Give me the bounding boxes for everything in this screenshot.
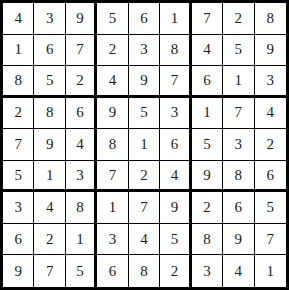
cell-r1c4[interactable]: 5 xyxy=(97,3,128,35)
cell-r2c3[interactable]: 7 xyxy=(66,35,97,67)
cell-r4c8[interactable]: 7 xyxy=(223,98,254,130)
cell-r7c3[interactable]: 8 xyxy=(66,192,97,224)
cell-r7c4[interactable]: 1 xyxy=(97,192,128,224)
cell-r2c1[interactable]: 1 xyxy=(3,35,34,67)
cell-r3c3[interactable]: 2 xyxy=(66,66,97,98)
cell-r9c5[interactable]: 8 xyxy=(129,255,160,287)
cell-r8c9[interactable]: 7 xyxy=(255,224,286,256)
cell-r5c8[interactable]: 3 xyxy=(223,129,254,161)
cell-r4c6[interactable]: 3 xyxy=(160,98,191,130)
cell-r6c2[interactable]: 1 xyxy=(34,161,65,193)
cell-r3c9[interactable]: 3 xyxy=(255,66,286,98)
cell-r8c1[interactable]: 6 xyxy=(3,224,34,256)
cell-r1c1[interactable]: 4 xyxy=(3,3,34,35)
cell-r7c9[interactable]: 5 xyxy=(255,192,286,224)
cell-r8c7[interactable]: 8 xyxy=(192,224,223,256)
cell-r9c7[interactable]: 3 xyxy=(192,255,223,287)
cell-r5c4[interactable]: 8 xyxy=(97,129,128,161)
cell-r6c3[interactable]: 3 xyxy=(66,161,97,193)
cell-r6c8[interactable]: 8 xyxy=(223,161,254,193)
cell-r1c8[interactable]: 2 xyxy=(223,3,254,35)
cell-r8c8[interactable]: 9 xyxy=(223,224,254,256)
cell-r9c4[interactable]: 6 xyxy=(97,255,128,287)
cell-r3c1[interactable]: 8 xyxy=(3,66,34,98)
cell-r1c3[interactable]: 9 xyxy=(66,3,97,35)
cell-r5c9[interactable]: 2 xyxy=(255,129,286,161)
cell-r5c3[interactable]: 4 xyxy=(66,129,97,161)
cell-r2c8[interactable]: 5 xyxy=(223,35,254,67)
cell-r1c6[interactable]: 1 xyxy=(160,3,191,35)
cell-r8c2[interactable]: 2 xyxy=(34,224,65,256)
cell-r2c2[interactable]: 6 xyxy=(34,35,65,67)
cell-r4c3[interactable]: 6 xyxy=(66,98,97,130)
cell-r9c9[interactable]: 1 xyxy=(255,255,286,287)
cell-r9c6[interactable]: 2 xyxy=(160,255,191,287)
cell-r2c4[interactable]: 2 xyxy=(97,35,128,67)
cell-r6c1[interactable]: 5 xyxy=(3,161,34,193)
cell-r3c6[interactable]: 7 xyxy=(160,66,191,98)
cell-r9c1[interactable]: 9 xyxy=(3,255,34,287)
cell-r6c7[interactable]: 9 xyxy=(192,161,223,193)
cell-r5c6[interactable]: 6 xyxy=(160,129,191,161)
cell-r4c2[interactable]: 8 xyxy=(34,98,65,130)
cell-r5c7[interactable]: 5 xyxy=(192,129,223,161)
cell-r4c9[interactable]: 4 xyxy=(255,98,286,130)
cell-r7c5[interactable]: 7 xyxy=(129,192,160,224)
cell-r6c4[interactable]: 7 xyxy=(97,161,128,193)
cell-r2c9[interactable]: 9 xyxy=(255,35,286,67)
cell-r2c7[interactable]: 4 xyxy=(192,35,223,67)
cell-r7c7[interactable]: 2 xyxy=(192,192,223,224)
cell-r6c6[interactable]: 4 xyxy=(160,161,191,193)
cell-r1c7[interactable]: 7 xyxy=(192,3,223,35)
cell-r9c3[interactable]: 5 xyxy=(66,255,97,287)
cell-r3c5[interactable]: 9 xyxy=(129,66,160,98)
cell-r9c8[interactable]: 4 xyxy=(223,255,254,287)
cell-r8c5[interactable]: 4 xyxy=(129,224,160,256)
cell-r3c7[interactable]: 6 xyxy=(192,66,223,98)
cell-r3c8[interactable]: 1 xyxy=(223,66,254,98)
cell-r5c5[interactable]: 1 xyxy=(129,129,160,161)
cell-r4c1[interactable]: 2 xyxy=(3,98,34,130)
cell-r6c9[interactable]: 6 xyxy=(255,161,286,193)
cell-r1c5[interactable]: 6 xyxy=(129,3,160,35)
cell-r2c5[interactable]: 3 xyxy=(129,35,160,67)
cell-r6c5[interactable]: 2 xyxy=(129,161,160,193)
cell-r4c7[interactable]: 1 xyxy=(192,98,223,130)
cell-r1c2[interactable]: 3 xyxy=(34,3,65,35)
cell-r3c4[interactable]: 4 xyxy=(97,66,128,98)
cell-r7c1[interactable]: 3 xyxy=(3,192,34,224)
cell-r3c2[interactable]: 5 xyxy=(34,66,65,98)
cell-r2c6[interactable]: 8 xyxy=(160,35,191,67)
cell-r5c2[interactable]: 9 xyxy=(34,129,65,161)
cell-r8c4[interactable]: 3 xyxy=(97,224,128,256)
cell-r5c1[interactable]: 7 xyxy=(3,129,34,161)
cell-r1c9[interactable]: 8 xyxy=(255,3,286,35)
cell-r7c8[interactable]: 6 xyxy=(223,192,254,224)
cell-r8c3[interactable]: 1 xyxy=(66,224,97,256)
cell-r7c2[interactable]: 4 xyxy=(34,192,65,224)
cell-r8c6[interactable]: 5 xyxy=(160,224,191,256)
cell-r4c5[interactable]: 5 xyxy=(129,98,160,130)
cell-r9c2[interactable]: 7 xyxy=(34,255,65,287)
cell-r7c6[interactable]: 9 xyxy=(160,192,191,224)
cell-r4c4[interactable]: 9 xyxy=(97,98,128,130)
sudoku-board: 4395617281672384598524976132869531747948… xyxy=(0,0,289,290)
